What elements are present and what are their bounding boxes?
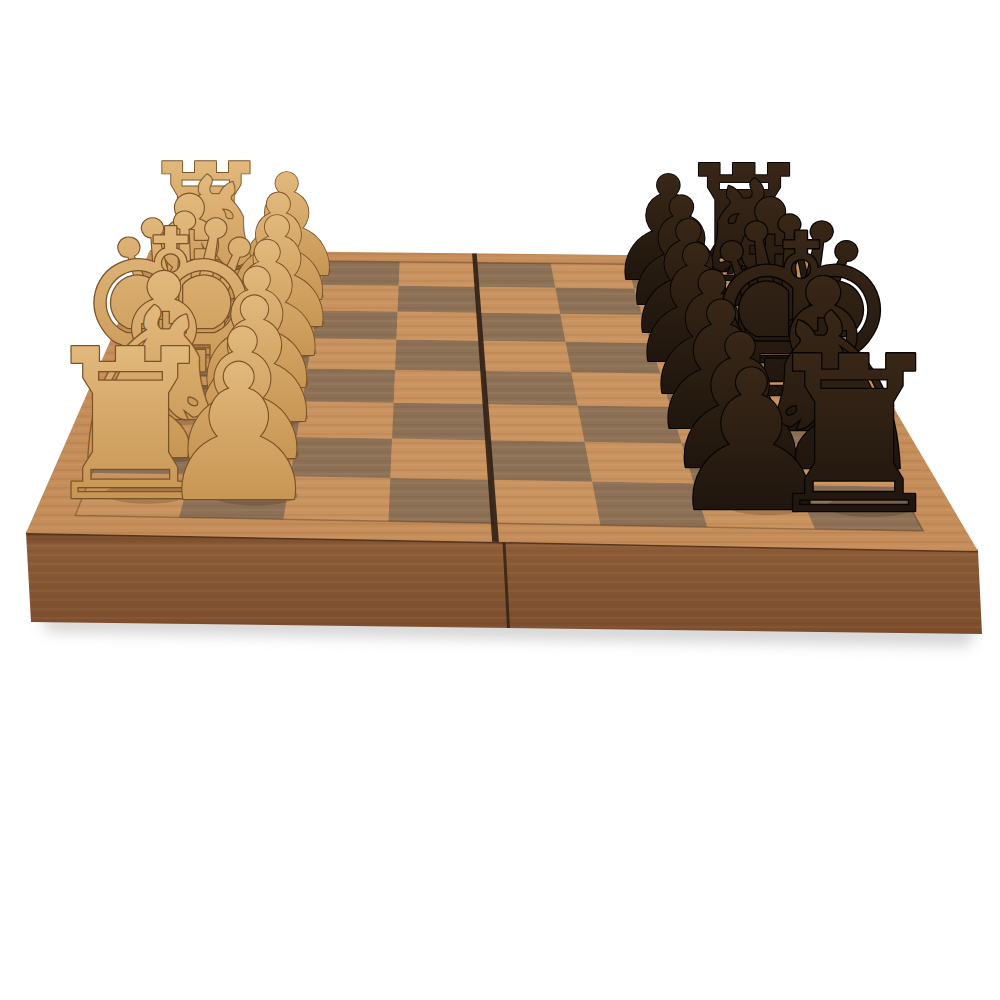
piece-white-pawn-h2[interactable]: ♟ bbox=[154, 324, 323, 543]
photo-scene: ♜♟♟♜♞♟♟♞♝♟♟♝♛♟♟♛♚♟♟♚♝♟♟♝♞♟♟♞♜♟♟♜ bbox=[0, 0, 1000, 1000]
chess-board: ♜♟♟♜♞♟♟♞♝♟♟♝♛♟♟♛♚♟♟♚♝♟♟♝♞♟♟♞♜♟♟♜ bbox=[0, 0, 1000, 1000]
piece-black-rook-h8[interactable]: ♜ bbox=[757, 311, 951, 562]
